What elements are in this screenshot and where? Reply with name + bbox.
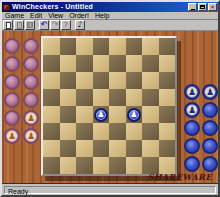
board-square-5-2[interactable]: [76, 123, 93, 140]
board-square-6-7[interactable]: [159, 140, 176, 157]
checkers-board[interactable]: ♟♟: [41, 36, 177, 176]
game-area: ♟♟ ♟♟♟ ♟♟♟ SHAREWARE: [2, 31, 218, 183]
board-square-2-3[interactable]: [93, 72, 110, 89]
board-square-4-3[interactable]: ♟: [93, 106, 110, 123]
board-square-5-6[interactable]: [142, 123, 159, 140]
board-square-4-0[interactable]: [43, 106, 60, 123]
board-square-0-0[interactable]: [43, 38, 60, 55]
purple-tray-piece[interactable]: [23, 74, 39, 90]
purple-tray-piece[interactable]: [4, 110, 20, 126]
pawn-icon: ♟: [188, 106, 196, 115]
undo-icon: ↶: [41, 21, 48, 29]
sound-button[interactable]: ♪: [75, 20, 85, 30]
purple-tray-piece[interactable]: [23, 38, 39, 54]
board-square-2-6[interactable]: [142, 72, 159, 89]
board-square-3-2[interactable]: [76, 89, 93, 106]
pawn-icon: ♟: [188, 88, 196, 97]
board-square-7-2[interactable]: [76, 157, 93, 174]
blue-tray-piece[interactable]: [184, 120, 200, 136]
board-square-0-1[interactable]: [60, 38, 77, 55]
board-square-0-3[interactable]: [93, 38, 110, 55]
board-square-0-7[interactable]: [159, 38, 176, 55]
redo-icon: ↷: [52, 21, 59, 29]
board-square-4-7[interactable]: [159, 106, 176, 123]
board-square-4-1[interactable]: [60, 106, 77, 123]
maximize-icon: [200, 5, 205, 9]
board-square-1-7[interactable]: [159, 55, 176, 72]
board-square-3-6[interactable]: [142, 89, 159, 106]
open-button[interactable]: [14, 20, 24, 30]
board-square-1-4[interactable]: [109, 55, 126, 72]
minimize-button[interactable]: [188, 3, 197, 11]
board-square-6-6[interactable]: [142, 140, 159, 157]
board-square-3-1[interactable]: [60, 89, 77, 106]
board-square-2-4[interactable]: [109, 72, 126, 89]
close-button[interactable]: ×: [208, 3, 217, 11]
board-square-1-6[interactable]: [142, 55, 159, 72]
pawn-icon: ♟: [8, 132, 16, 141]
menu-view[interactable]: View: [45, 12, 66, 20]
pawn-icon: ♟: [97, 111, 104, 119]
board-square-4-2[interactable]: [76, 106, 93, 123]
status-bar: Ready: [2, 183, 218, 195]
board-square-7-1[interactable]: [60, 157, 77, 174]
board-square-6-1[interactable]: [60, 140, 77, 157]
board-square-2-5[interactable]: [126, 72, 143, 89]
window-title: WinCheckers - Untitled: [12, 2, 93, 12]
menu-bar: GameEditViewOrder!Help: [2, 12, 218, 20]
blue-checker-on-board[interactable]: ♟: [94, 108, 108, 122]
board-square-1-0[interactable]: [43, 55, 60, 72]
board-square-1-2[interactable]: [76, 55, 93, 72]
blue-tray-piece[interactable]: [184, 138, 200, 154]
purple-tray-piece[interactable]: ♟: [23, 110, 39, 126]
blue-tray-piece[interactable]: ♟: [184, 84, 200, 100]
page-dim-icon: [17, 22, 22, 29]
purple-tray-piece[interactable]: [4, 74, 20, 90]
board-square-3-7[interactable]: [159, 89, 176, 106]
board-square-5-7[interactable]: [159, 123, 176, 140]
blue-tray-piece[interactable]: [202, 102, 218, 118]
app-icon: [3, 4, 10, 11]
board-square-6-4[interactable]: [109, 140, 126, 157]
board-square-3-0[interactable]: [43, 89, 60, 106]
purple-tray-piece[interactable]: [4, 56, 20, 72]
wincheckers-window: WinCheckers - Untitled × GameEditViewOrd…: [0, 0, 220, 197]
board-square-6-5[interactable]: [126, 140, 143, 157]
pawn-icon: ♟: [27, 114, 35, 123]
hint-button[interactable]: ?: [61, 20, 71, 30]
menu-help[interactable]: Help: [92, 12, 112, 20]
board-square-2-1[interactable]: [60, 72, 77, 89]
purple-tray-piece[interactable]: [4, 92, 20, 108]
board-square-5-0[interactable]: [43, 123, 60, 140]
menu-edit[interactable]: Edit: [27, 12, 45, 20]
board-square-0-4[interactable]: [109, 38, 126, 55]
board-square-7-0[interactable]: [43, 157, 60, 174]
close-icon: ×: [211, 4, 215, 10]
pawn-icon: ♟: [206, 88, 214, 97]
question-icon: ?: [64, 21, 68, 29]
pawn-icon: ♟: [130, 111, 137, 119]
new-game-button[interactable]: [3, 20, 13, 30]
pawn-icon: ♟: [27, 132, 35, 141]
board-square-4-4[interactable]: [109, 106, 126, 123]
board-square-5-1[interactable]: [60, 123, 77, 140]
board-square-0-6[interactable]: [142, 38, 159, 55]
purple-tray-piece[interactable]: ♟: [23, 128, 39, 144]
blue-tray-piece[interactable]: [184, 156, 200, 172]
purple-tray-piece[interactable]: [23, 56, 39, 72]
board-square-3-3[interactable]: [93, 89, 110, 106]
maximize-button[interactable]: [198, 3, 207, 11]
blue-tray-piece[interactable]: ♟: [202, 84, 218, 100]
undo-button[interactable]: ↶: [39, 20, 49, 30]
board-square-7-3[interactable]: [93, 157, 110, 174]
board-square-5-5[interactable]: [126, 123, 143, 140]
board-square-5-3[interactable]: [93, 123, 110, 140]
board-square-6-0[interactable]: [43, 140, 60, 157]
caption-buttons: ×: [188, 3, 217, 11]
blue-checker-on-board[interactable]: ♟: [127, 108, 141, 122]
purple-tray-piece[interactable]: [4, 38, 20, 54]
board-square-2-7[interactable]: [159, 72, 176, 89]
blue-tray-piece[interactable]: [202, 156, 218, 172]
purple-tray-piece[interactable]: [23, 92, 39, 108]
board-square-5-4[interactable]: [109, 123, 126, 140]
board-square-6-3[interactable]: [93, 140, 110, 157]
toolbar: ↶↷?♪: [2, 20, 218, 31]
board-square-6-2[interactable]: [76, 140, 93, 157]
note-icon: ♪: [77, 21, 82, 29]
board-square-2-0[interactable]: [43, 72, 60, 89]
title-bar: WinCheckers - Untitled ×: [2, 2, 218, 12]
board-square-2-2[interactable]: [76, 72, 93, 89]
page-icon: [6, 22, 11, 29]
board-square-1-5[interactable]: [126, 55, 143, 72]
board-square-4-5[interactable]: ♟: [126, 106, 143, 123]
blue-tray-piece[interactable]: [202, 138, 218, 154]
board-square-1-3[interactable]: [93, 55, 110, 72]
blue-tray-piece[interactable]: ♟: [184, 102, 200, 118]
board-square-0-2[interactable]: [76, 38, 93, 55]
save-button[interactable]: [25, 20, 35, 30]
board-square-7-4[interactable]: [109, 157, 126, 174]
status-text: Ready: [4, 186, 216, 194]
board-square-7-5[interactable]: [126, 157, 143, 174]
menu-game[interactable]: Game: [2, 12, 27, 20]
redo-button[interactable]: ↷: [50, 20, 60, 30]
board-square-0-5[interactable]: [126, 38, 143, 55]
board-square-4-6[interactable]: [142, 106, 159, 123]
shareware-label: SHAREWARE: [148, 172, 212, 182]
grid-dim-icon: [27, 22, 33, 28]
menu-order[interactable]: Order!: [66, 12, 92, 20]
minimize-icon: [191, 9, 195, 10]
board-square-1-1[interactable]: [60, 55, 77, 72]
board-square-3-5[interactable]: [126, 89, 143, 106]
purple-tray-piece[interactable]: ♟: [4, 128, 20, 144]
blue-tray-piece[interactable]: [202, 120, 218, 136]
board-square-3-4[interactable]: [109, 89, 126, 106]
